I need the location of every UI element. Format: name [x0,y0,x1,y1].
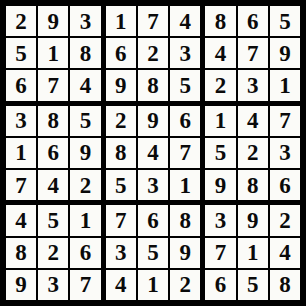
cell-r6c2[interactable]: 4 [38,170,68,200]
cell-r8c5[interactable]: 5 [138,238,168,268]
cell-r6c7[interactable]: 9 [205,170,235,200]
cell-r7c9[interactable]: 2 [270,205,300,235]
cell-r9c5[interactable]: 1 [138,270,168,300]
cell-r5c3[interactable]: 9 [70,138,100,168]
cell-r1c7[interactable]: 8 [205,6,235,36]
cell-r1c2[interactable]: 9 [38,6,68,36]
cell-r6c4[interactable]: 5 [106,170,136,200]
cell-r1c8[interactable]: 6 [238,6,268,36]
cell-r9c7[interactable]: 6 [205,270,235,300]
cell-r5c4[interactable]: 8 [106,138,136,168]
cell-r7c2[interactable]: 5 [38,205,68,235]
cell-r7c7[interactable]: 3 [205,205,235,235]
cell-r3c2[interactable]: 7 [38,70,68,100]
cell-r4c6[interactable]: 6 [170,106,200,136]
cell-r6c1[interactable]: 7 [6,170,36,200]
cell-r5c9[interactable]: 3 [270,138,300,168]
cell-r2c7[interactable]: 4 [205,38,235,68]
cell-r5c5[interactable]: 4 [138,138,168,168]
cell-r3c6[interactable]: 5 [170,70,200,100]
cell-r9c4[interactable]: 4 [106,270,136,300]
cell-r1c6[interactable]: 4 [170,6,200,36]
cell-r2c8[interactable]: 7 [238,38,268,68]
cell-r7c3[interactable]: 1 [70,205,100,235]
cell-r4c5[interactable]: 9 [138,106,168,136]
cell-r4c2[interactable]: 8 [38,106,68,136]
cell-r3c3[interactable]: 4 [70,70,100,100]
cell-r4c1[interactable]: 3 [6,106,36,136]
cell-r3c1[interactable]: 6 [6,70,36,100]
cell-r2c6[interactable]: 3 [170,38,200,68]
cell-r4c9[interactable]: 7 [270,106,300,136]
cell-r4c3[interactable]: 5 [70,106,100,136]
cell-r1c3[interactable]: 3 [70,6,100,36]
cell-r9c6[interactable]: 2 [170,270,200,300]
cell-r9c9[interactable]: 8 [270,270,300,300]
cell-r7c4[interactable]: 7 [106,205,136,235]
cell-r2c1[interactable]: 5 [6,38,36,68]
cell-r9c3[interactable]: 7 [70,270,100,300]
cell-r1c5[interactable]: 7 [138,6,168,36]
cell-r7c8[interactable]: 9 [238,205,268,235]
cell-r7c1[interactable]: 4 [6,205,36,235]
cell-r6c3[interactable]: 2 [70,170,100,200]
cell-r2c4[interactable]: 6 [106,38,136,68]
cell-r8c8[interactable]: 1 [238,238,268,268]
cell-r5c7[interactable]: 5 [205,138,235,168]
cell-r9c1[interactable]: 9 [6,270,36,300]
cell-r3c4[interactable]: 9 [106,70,136,100]
cell-r2c2[interactable]: 1 [38,38,68,68]
cell-r3c7[interactable]: 2 [205,70,235,100]
cell-r8c4[interactable]: 3 [106,238,136,268]
cell-r2c9[interactable]: 9 [270,38,300,68]
cell-r5c6[interactable]: 7 [170,138,200,168]
cell-r8c7[interactable]: 7 [205,238,235,268]
cell-r9c2[interactable]: 3 [38,270,68,300]
cell-r6c5[interactable]: 3 [138,170,168,200]
cell-r6c6[interactable]: 1 [170,170,200,200]
cell-r1c4[interactable]: 1 [106,6,136,36]
sudoku-puzzle: 2931748655186234796749852313852961471698… [0,0,306,306]
cell-r1c9[interactable]: 5 [270,6,300,36]
cell-r3c5[interactable]: 8 [138,70,168,100]
cell-r2c5[interactable]: 2 [138,38,168,68]
cell-r6c9[interactable]: 6 [270,170,300,200]
cell-r9c8[interactable]: 5 [238,270,268,300]
cell-r6c8[interactable]: 8 [238,170,268,200]
cell-r1c1[interactable]: 2 [6,6,36,36]
cell-r7c6[interactable]: 8 [170,205,200,235]
cell-r4c7[interactable]: 1 [205,106,235,136]
sudoku-board: 2931748655186234796749852313852961471698… [0,0,306,306]
cell-r3c8[interactable]: 3 [238,70,268,100]
cell-r5c8[interactable]: 2 [238,138,268,168]
cell-r7c5[interactable]: 6 [138,205,168,235]
cell-r8c3[interactable]: 6 [70,238,100,268]
cell-r5c2[interactable]: 6 [38,138,68,168]
cell-r8c2[interactable]: 2 [38,238,68,268]
cell-r5c1[interactable]: 1 [6,138,36,168]
cell-r8c6[interactable]: 9 [170,238,200,268]
cell-r4c8[interactable]: 4 [238,106,268,136]
cell-r8c9[interactable]: 4 [270,238,300,268]
cell-r4c4[interactable]: 2 [106,106,136,136]
cell-r2c3[interactable]: 8 [70,38,100,68]
cell-r3c9[interactable]: 1 [270,70,300,100]
cell-r8c1[interactable]: 8 [6,238,36,268]
